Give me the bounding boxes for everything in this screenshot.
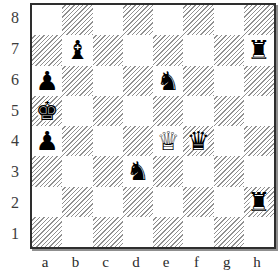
square-b4[interactable]	[62, 126, 92, 156]
square-f5[interactable]	[183, 96, 213, 126]
square-d4[interactable]	[123, 126, 153, 156]
file-labels: abcdefgh	[30, 252, 272, 272]
square-d6[interactable]	[123, 66, 153, 96]
square-d5[interactable]	[123, 96, 153, 126]
square-a5[interactable]: ♚	[32, 96, 62, 126]
black-rook[interactable]: ♜	[244, 35, 274, 65]
square-e6[interactable]: ♞	[153, 66, 183, 96]
black-pawn[interactable]: ♟	[32, 66, 62, 96]
rank-label-1: 1	[0, 218, 30, 249]
square-b3[interactable]	[62, 156, 92, 186]
square-e8[interactable]	[153, 5, 183, 35]
square-h8[interactable]	[244, 5, 274, 35]
square-f4[interactable]: ♛	[183, 126, 213, 156]
square-f8[interactable]	[183, 5, 213, 35]
rank-label-8: 8	[0, 3, 30, 34]
square-c5[interactable]	[93, 96, 123, 126]
square-d2[interactable]	[123, 187, 153, 217]
square-h3[interactable]	[244, 156, 274, 186]
square-h2[interactable]: ♜	[244, 187, 274, 217]
square-g5[interactable]	[214, 96, 244, 126]
rank-label-5: 5	[0, 95, 30, 126]
square-f1[interactable]	[183, 217, 213, 247]
black-queen[interactable]: ♛	[183, 126, 213, 156]
black-bishop[interactable]: ♝	[62, 35, 92, 65]
black-pawn[interactable]: ♟	[32, 126, 62, 156]
square-h6[interactable]	[244, 66, 274, 96]
square-c2[interactable]	[93, 187, 123, 217]
square-g6[interactable]	[214, 66, 244, 96]
file-label-e: e	[151, 252, 181, 272]
black-knight[interactable]: ♞	[153, 66, 183, 96]
square-h4[interactable]	[244, 126, 274, 156]
square-e3[interactable]	[153, 156, 183, 186]
chess-board: ♝♜♟♞♚♟♛♕♛♞♜	[30, 3, 276, 249]
square-c7[interactable]	[93, 35, 123, 65]
square-b6[interactable]	[62, 66, 92, 96]
square-b5[interactable]	[62, 96, 92, 126]
file-label-d: d	[121, 252, 151, 272]
square-a3[interactable]	[32, 156, 62, 186]
square-b8[interactable]	[62, 5, 92, 35]
square-e5[interactable]	[153, 96, 183, 126]
square-c1[interactable]	[93, 217, 123, 247]
square-d8[interactable]	[123, 5, 153, 35]
square-e7[interactable]	[153, 35, 183, 65]
square-c8[interactable]	[93, 5, 123, 35]
rank-label-3: 3	[0, 157, 30, 188]
square-d3[interactable]: ♞	[123, 156, 153, 186]
square-a2[interactable]	[32, 187, 62, 217]
square-a4[interactable]: ♟	[32, 126, 62, 156]
square-a6[interactable]: ♟	[32, 66, 62, 96]
square-e1[interactable]	[153, 217, 183, 247]
square-g2[interactable]	[214, 187, 244, 217]
square-b7[interactable]: ♝	[62, 35, 92, 65]
square-g4[interactable]	[214, 126, 244, 156]
file-label-g: g	[212, 252, 242, 272]
file-label-a: a	[30, 252, 60, 272]
square-c3[interactable]	[93, 156, 123, 186]
square-b2[interactable]	[62, 187, 92, 217]
square-g3[interactable]	[214, 156, 244, 186]
square-e4[interactable]: ♛♕	[153, 126, 183, 156]
square-a7[interactable]	[32, 35, 62, 65]
rank-label-2: 2	[0, 188, 30, 219]
file-label-f: f	[181, 252, 211, 272]
rank-label-6: 6	[0, 65, 30, 96]
square-f6[interactable]	[183, 66, 213, 96]
square-a8[interactable]	[32, 5, 62, 35]
square-d1[interactable]	[123, 217, 153, 247]
square-h5[interactable]	[244, 96, 274, 126]
file-label-b: b	[60, 252, 90, 272]
black-king[interactable]: ♚	[32, 96, 62, 126]
square-f2[interactable]	[183, 187, 213, 217]
square-g7[interactable]	[214, 35, 244, 65]
white-queen-outline: ♕	[153, 126, 183, 156]
square-h1[interactable]	[244, 217, 274, 247]
file-label-h: h	[242, 252, 272, 272]
square-a1[interactable]	[32, 217, 62, 247]
file-label-c: c	[91, 252, 121, 272]
square-e2[interactable]	[153, 187, 183, 217]
square-f7[interactable]	[183, 35, 213, 65]
rank-label-4: 4	[0, 126, 30, 157]
black-rook[interactable]: ♜	[244, 187, 274, 217]
square-b1[interactable]	[62, 217, 92, 247]
square-g1[interactable]	[214, 217, 244, 247]
square-f3[interactable]	[183, 156, 213, 186]
black-knight[interactable]: ♞	[123, 156, 153, 186]
white-queen[interactable]: ♛♕	[153, 126, 183, 156]
square-g8[interactable]	[214, 5, 244, 35]
rank-label-7: 7	[0, 34, 30, 65]
rank-labels: 87654321	[0, 3, 30, 249]
square-c6[interactable]	[93, 66, 123, 96]
square-c4[interactable]	[93, 126, 123, 156]
square-d7[interactable]	[123, 35, 153, 65]
square-h7[interactable]: ♜	[244, 35, 274, 65]
